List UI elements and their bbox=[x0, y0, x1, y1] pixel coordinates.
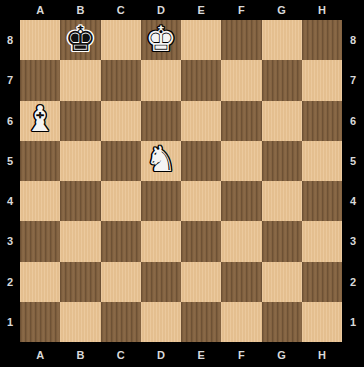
rank-label-left-6: 6 bbox=[0, 101, 20, 141]
file-label-top-a: A bbox=[20, 0, 60, 20]
square-e4[interactable] bbox=[181, 181, 221, 221]
rank-label-right-5: 5 bbox=[342, 141, 364, 181]
square-f5[interactable] bbox=[221, 141, 261, 181]
square-c4[interactable] bbox=[101, 181, 141, 221]
square-a4[interactable] bbox=[20, 181, 60, 221]
file-label-bottom-g: G bbox=[262, 342, 302, 367]
square-c5[interactable] bbox=[101, 141, 141, 181]
square-h2[interactable] bbox=[302, 262, 342, 302]
square-d3[interactable] bbox=[141, 221, 181, 261]
rank-label-left-2: 2 bbox=[0, 262, 20, 302]
square-g2[interactable] bbox=[262, 262, 302, 302]
square-h6[interactable] bbox=[302, 101, 342, 141]
square-f8[interactable] bbox=[221, 20, 261, 60]
rank-label-right-4: 4 bbox=[342, 181, 364, 221]
square-d2[interactable] bbox=[141, 262, 181, 302]
white-bishop-piece[interactable]: ♝ bbox=[24, 102, 55, 137]
rank-label-left-5: 5 bbox=[0, 141, 20, 181]
rank-label-right-2: 2 bbox=[342, 262, 364, 302]
file-label-top-f: F bbox=[221, 0, 261, 20]
square-d8[interactable]: ♚ bbox=[141, 20, 181, 60]
rank-label-right-7: 7 bbox=[342, 60, 364, 100]
square-g8[interactable] bbox=[262, 20, 302, 60]
chess-board: ♚♚♝♞ bbox=[20, 20, 342, 342]
square-f6[interactable] bbox=[221, 101, 261, 141]
square-f3[interactable] bbox=[221, 221, 261, 261]
square-c8[interactable] bbox=[101, 20, 141, 60]
file-label-top-g: G bbox=[262, 0, 302, 20]
rank-label-right-3: 3 bbox=[342, 221, 364, 261]
file-label-bottom-c: C bbox=[101, 342, 141, 367]
rank-labels-left: 87654321 bbox=[0, 20, 20, 342]
square-h1[interactable] bbox=[302, 302, 342, 342]
square-b6[interactable] bbox=[60, 101, 100, 141]
square-c3[interactable] bbox=[101, 221, 141, 261]
square-b3[interactable] bbox=[60, 221, 100, 261]
file-label-top-e: E bbox=[181, 0, 221, 20]
rank-labels-right: 87654321 bbox=[342, 20, 364, 342]
square-a8[interactable] bbox=[20, 20, 60, 60]
square-c7[interactable] bbox=[101, 60, 141, 100]
square-e3[interactable] bbox=[181, 221, 221, 261]
chess-diagram: ABCDEFGH 87654321 87654321 ABCDEFGH ♚♚♝♞ bbox=[0, 0, 364, 367]
rank-label-left-3: 3 bbox=[0, 221, 20, 261]
square-a2[interactable] bbox=[20, 262, 60, 302]
file-label-bottom-f: F bbox=[221, 342, 261, 367]
square-e2[interactable] bbox=[181, 262, 221, 302]
square-g3[interactable] bbox=[262, 221, 302, 261]
square-a5[interactable] bbox=[20, 141, 60, 181]
rank-label-left-4: 4 bbox=[0, 181, 20, 221]
rank-label-left-1: 1 bbox=[0, 302, 20, 342]
rank-label-left-7: 7 bbox=[0, 60, 20, 100]
square-g1[interactable] bbox=[262, 302, 302, 342]
square-a3[interactable] bbox=[20, 221, 60, 261]
square-e5[interactable] bbox=[181, 141, 221, 181]
square-d1[interactable] bbox=[141, 302, 181, 342]
square-a1[interactable] bbox=[20, 302, 60, 342]
square-g4[interactable] bbox=[262, 181, 302, 221]
square-h4[interactable] bbox=[302, 181, 342, 221]
square-c1[interactable] bbox=[101, 302, 141, 342]
file-label-bottom-e: E bbox=[181, 342, 221, 367]
square-g5[interactable] bbox=[262, 141, 302, 181]
square-b8[interactable]: ♚ bbox=[60, 20, 100, 60]
square-f2[interactable] bbox=[221, 262, 261, 302]
square-c2[interactable] bbox=[101, 262, 141, 302]
square-f7[interactable] bbox=[221, 60, 261, 100]
square-b4[interactable] bbox=[60, 181, 100, 221]
file-label-bottom-a: A bbox=[20, 342, 60, 367]
rank-label-right-6: 6 bbox=[342, 101, 364, 141]
square-h8[interactable] bbox=[302, 20, 342, 60]
black-king-piece[interactable]: ♚ bbox=[65, 22, 96, 57]
file-label-bottom-h: H bbox=[302, 342, 342, 367]
square-e7[interactable] bbox=[181, 60, 221, 100]
file-label-top-h: H bbox=[302, 0, 342, 20]
file-label-bottom-b: B bbox=[60, 342, 100, 367]
square-f4[interactable] bbox=[221, 181, 261, 221]
square-d6[interactable] bbox=[141, 101, 181, 141]
square-d7[interactable] bbox=[141, 60, 181, 100]
square-e6[interactable] bbox=[181, 101, 221, 141]
square-c6[interactable] bbox=[101, 101, 141, 141]
rank-label-right-1: 1 bbox=[342, 302, 364, 342]
file-label-top-b: B bbox=[60, 0, 100, 20]
square-e8[interactable] bbox=[181, 20, 221, 60]
file-label-bottom-d: D bbox=[141, 342, 181, 367]
square-a6[interactable]: ♝ bbox=[20, 101, 60, 141]
square-f1[interactable] bbox=[221, 302, 261, 342]
square-b2[interactable] bbox=[60, 262, 100, 302]
square-h7[interactable] bbox=[302, 60, 342, 100]
square-g6[interactable] bbox=[262, 101, 302, 141]
square-h3[interactable] bbox=[302, 221, 342, 261]
file-label-top-c: C bbox=[101, 0, 141, 20]
square-b7[interactable] bbox=[60, 60, 100, 100]
square-g7[interactable] bbox=[262, 60, 302, 100]
white-king-piece[interactable]: ♚ bbox=[145, 22, 176, 57]
square-b5[interactable] bbox=[60, 141, 100, 181]
square-h5[interactable] bbox=[302, 141, 342, 181]
square-e1[interactable] bbox=[181, 302, 221, 342]
square-b1[interactable] bbox=[60, 302, 100, 342]
file-label-top-d: D bbox=[141, 0, 181, 20]
white-knight-piece[interactable]: ♞ bbox=[145, 142, 176, 177]
square-d4[interactable] bbox=[141, 181, 181, 221]
rank-label-left-8: 8 bbox=[0, 20, 20, 60]
rank-label-right-8: 8 bbox=[342, 20, 364, 60]
square-d5[interactable]: ♞ bbox=[141, 141, 181, 181]
file-labels-top: ABCDEFGH bbox=[20, 0, 342, 20]
file-labels-bottom: ABCDEFGH bbox=[20, 342, 342, 367]
square-a7[interactable] bbox=[20, 60, 60, 100]
